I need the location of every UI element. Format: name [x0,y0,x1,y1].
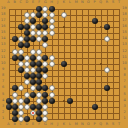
row-label: 2 [2,111,4,115]
column-label: F [38,123,40,127]
column-label: H [50,1,53,5]
row-label: 1 [123,117,125,121]
column-label: B [13,123,15,127]
black-stone [36,12,42,18]
black-stone [30,104,36,110]
column-label: P [94,1,96,5]
column-label: L [69,123,71,127]
black-stone [24,42,30,48]
column-label: F [38,1,40,5]
black-stone [36,85,42,91]
row-label: 11 [122,56,126,60]
column-label: K [63,1,65,5]
column-label: S [112,1,114,5]
column-label: Q [99,1,102,5]
white-stone [42,42,48,48]
column-label: E [32,1,34,5]
white-stone [61,12,67,18]
black-stone [36,104,42,110]
black-stone [30,79,36,85]
black-stone [24,36,30,42]
row-label: 8 [2,74,4,78]
white-stone [18,116,24,122]
column-label: T [118,1,120,5]
black-stone [12,116,18,122]
white-stone [36,98,42,104]
row-label: 6 [123,87,125,91]
row-label: 5 [123,93,125,97]
black-stone [18,67,24,73]
column-label: J [57,1,58,5]
black-stone [30,18,36,24]
black-stone [104,85,110,91]
white-stone [30,85,36,91]
white-stone [42,61,48,67]
white-stone [24,12,30,18]
column-label: R [106,1,108,5]
column-label: M [75,123,78,127]
column-label: D [26,123,29,127]
black-stone [36,67,42,73]
white-stone [42,6,48,12]
black-stone [36,116,42,122]
row-label: 2 [123,111,125,115]
black-stone [42,24,48,30]
row-label: 19 [1,7,5,11]
white-stone [18,104,24,110]
column-label: N [81,123,84,127]
black-stone [30,61,36,67]
row-label: 10 [122,62,126,66]
black-stone [36,24,42,30]
white-stone [49,12,55,18]
go-board[interactable]: AABBCCDDEEFFGGHHJJKKLLMMNNOOPPQQRRSSTT19… [0,0,128,128]
column-label: C [20,123,22,127]
white-stone [49,18,55,24]
black-stone [12,36,18,42]
black-stone [12,85,18,91]
white-stone [12,98,18,104]
column-label: H [50,123,53,127]
white-stone [18,85,24,91]
white-stone [49,92,55,98]
black-stone [18,55,24,61]
white-stone [30,24,36,30]
black-stone [18,24,24,30]
black-stone [61,61,67,67]
column-label: M [75,1,78,5]
column-label: L [69,1,71,5]
white-stone [42,104,48,110]
star-point [100,100,102,102]
white-stone [24,55,30,61]
column-label: A [7,1,9,5]
white-stone [18,36,24,42]
grid-line-vertical [88,9,89,120]
column-label: E [32,123,34,127]
row-label: 10 [1,62,5,66]
white-stone [18,110,24,116]
row-label: 17 [122,19,126,23]
row-label: 7 [2,81,4,85]
white-stone [30,67,36,73]
black-stone [24,24,30,30]
grid-line-vertical [113,9,114,120]
white-stone [36,49,42,55]
row-label: 15 [122,31,126,35]
row-label: 4 [123,99,125,103]
grid-line-horizontal [9,113,120,114]
black-stone [30,92,36,98]
white-stone [24,18,30,24]
black-stone [36,6,42,12]
row-label: 16 [1,25,5,29]
white-stone [30,49,36,55]
column-label: N [81,1,84,5]
row-label: 13 [1,44,5,48]
black-stone [42,85,48,91]
column-label: S [112,123,114,127]
row-label: 13 [122,44,126,48]
white-stone [104,36,110,42]
column-label: O [87,123,90,127]
row-label: 14 [122,38,126,42]
column-label: O [87,1,90,5]
grid-line-vertical [76,9,77,120]
black-stone [30,36,36,42]
white-stone [104,67,110,73]
row-label: 17 [1,19,5,23]
row-label: 12 [1,50,5,54]
white-stone [49,85,55,91]
white-stone [42,116,48,122]
black-stone [49,6,55,12]
row-label: 19 [122,7,126,11]
white-stone [18,98,24,104]
black-stone [36,79,42,85]
column-label: J [57,123,58,127]
white-stone [24,104,30,110]
black-stone [104,24,110,30]
white-stone [42,30,48,36]
row-label: 4 [2,99,4,103]
white-stone [42,110,48,116]
black-stone [24,73,30,79]
row-label: 7 [123,81,125,85]
black-stone [24,116,30,122]
black-stone [42,36,48,42]
white-stone [49,30,55,36]
white-stone [36,30,42,36]
grid-line-vertical [82,9,83,120]
white-stone [12,92,18,98]
black-stone [42,98,48,104]
star-point [100,63,102,65]
column-label: B [13,1,15,5]
white-stone [36,92,42,98]
black-stone [12,55,18,61]
row-label: 5 [2,93,4,97]
white-stone [24,79,30,85]
row-label: 18 [122,13,126,17]
column-label: G [44,123,47,127]
black-stone [6,104,12,110]
black-stone [30,55,36,61]
white-stone [49,61,55,67]
black-stone [36,61,42,67]
black-stone [42,55,48,61]
star-point [63,100,65,102]
black-stone [36,110,42,116]
column-label: K [63,123,65,127]
black-stone [49,98,55,104]
white-stone [18,49,24,55]
row-label: 8 [123,74,125,78]
column-label: P [94,123,96,127]
black-stone [6,98,12,104]
white-stone [12,49,18,55]
column-label: R [106,123,108,127]
black-stone [18,42,24,48]
row-label: 3 [2,105,4,109]
white-stone [30,30,36,36]
white-stone [49,55,55,61]
row-label: 6 [2,87,4,91]
column-label: A [7,123,9,127]
row-label: 9 [2,68,4,72]
row-label: 18 [1,13,5,17]
black-stone [36,73,42,79]
white-stone [42,73,48,79]
white-stone [24,92,30,98]
star-point [100,26,102,28]
white-stone [30,12,36,18]
star-point [63,26,65,28]
black-stone [24,30,30,36]
go-app: AABBCCDDEEFFGGHHJJKKLLMMNNOOPPQQRRSSTT19… [0,0,128,128]
black-stone [92,18,98,24]
black-stone [12,110,18,116]
column-label: T [118,123,120,127]
row-label: 11 [1,56,5,60]
white-stone [36,55,42,61]
row-label: 15 [1,31,5,35]
row-label: 16 [122,25,126,29]
black-stone [12,104,18,110]
white-stone [24,61,30,67]
column-label: G [44,1,47,5]
row-label: 12 [122,50,126,54]
black-stone [67,98,73,104]
grid-line-vertical [119,9,120,120]
white-stone [18,61,24,67]
row-label: 14 [1,38,5,42]
black-stone [24,98,30,104]
black-stone [42,67,48,73]
white-stone [36,36,42,42]
row-label: 3 [123,105,125,109]
white-stone [24,67,30,73]
black-stone [92,104,98,110]
black-stone [30,73,36,79]
column-label: C [20,1,22,5]
row-label: 9 [123,68,125,72]
black-stone [42,92,48,98]
black-stone [42,18,48,24]
column-label: D [26,1,29,5]
white-stone [42,12,48,18]
column-label: Q [99,123,102,127]
row-label: 1 [2,117,4,121]
white-stone [49,24,55,30]
